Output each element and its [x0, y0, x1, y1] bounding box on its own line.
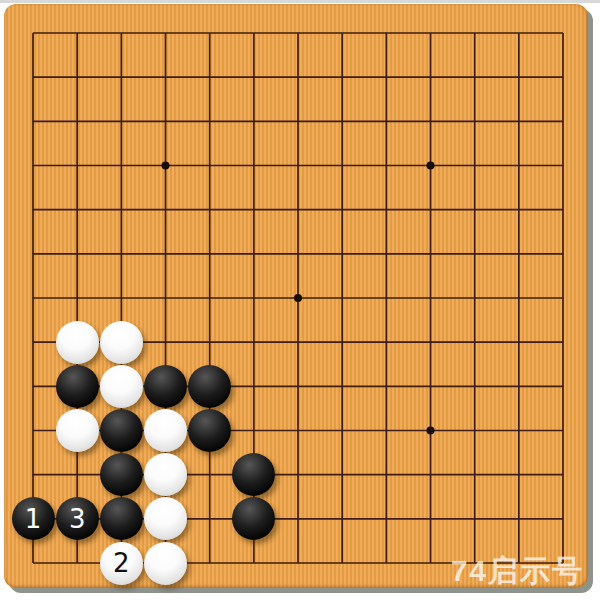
stone-black	[100, 409, 143, 452]
hoshi-point	[427, 162, 435, 170]
stone-black	[100, 453, 143, 496]
stone-white	[56, 321, 99, 364]
hoshi-point	[162, 162, 170, 170]
stone-black	[56, 365, 99, 408]
stone-black	[144, 365, 187, 408]
stone-black	[188, 409, 231, 452]
stone-white: 2	[100, 542, 143, 585]
go-board: 132	[4, 4, 588, 588]
stone-white	[144, 542, 187, 585]
go-diagram-page: 132 74启示号	[0, 0, 600, 600]
stone-black	[100, 497, 143, 540]
hoshi-point	[427, 427, 435, 435]
stone-white	[144, 453, 187, 496]
stone-black: 1	[12, 497, 55, 540]
stone-white	[100, 365, 143, 408]
move-number: 3	[69, 506, 86, 532]
stone-white	[100, 321, 143, 364]
move-number: 1	[25, 506, 42, 532]
stone-black: 3	[56, 497, 99, 540]
stone-black	[188, 365, 231, 408]
move-number: 2	[113, 550, 130, 576]
page-edge-strip	[0, 0, 600, 3]
hoshi-point	[294, 294, 302, 302]
board-grid	[4, 4, 588, 588]
stone-white	[144, 409, 187, 452]
stone-white	[56, 409, 99, 452]
